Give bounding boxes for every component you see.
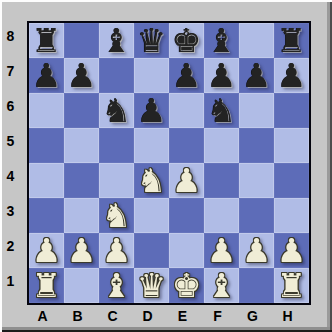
chess-widget: ♜♝♛♚♝♜♟♟♟♟♟♟♞♟♞♞♟♞♟♟♟♟♟♟♜♝♛♚♝♜ 87654321 … [0, 0, 332, 332]
square-h5[interactable] [274, 128, 309, 163]
square-g3[interactable] [239, 198, 274, 233]
piece-white-pawn: ♟ [277, 233, 307, 268]
piece-black-queen: ♛ [137, 23, 167, 58]
square-b1[interactable] [64, 268, 99, 303]
file-label-g: G [235, 305, 270, 327]
rank-label-5: 5 [0, 123, 27, 158]
square-f8[interactable]: ♝ [204, 23, 239, 58]
square-c5[interactable] [99, 128, 134, 163]
square-g1[interactable] [239, 268, 274, 303]
piece-white-pawn: ♟ [67, 233, 97, 268]
file-labels: ABCDEFGH [29, 305, 309, 327]
square-e2[interactable] [169, 233, 204, 268]
file-label-b: B [60, 305, 95, 327]
square-f5[interactable] [204, 128, 239, 163]
piece-black-pawn: ♟ [32, 58, 62, 93]
square-c4[interactable] [99, 163, 134, 198]
square-c8[interactable]: ♝ [99, 23, 134, 58]
square-g7[interactable]: ♟ [239, 58, 274, 93]
piece-black-knight: ♞ [207, 93, 237, 128]
square-d6[interactable]: ♟ [134, 93, 169, 128]
square-d7[interactable] [134, 58, 169, 93]
square-e8[interactable]: ♚ [169, 23, 204, 58]
piece-white-pawn: ♟ [32, 233, 62, 268]
square-d4[interactable]: ♞ [134, 163, 169, 198]
square-g2[interactable]: ♟ [239, 233, 274, 268]
square-a5[interactable] [29, 128, 64, 163]
rank-labels: 87654321 [0, 23, 27, 303]
piece-black-knight: ♞ [102, 93, 132, 128]
square-h4[interactable] [274, 163, 309, 198]
piece-white-rook: ♜ [32, 268, 62, 303]
square-b4[interactable] [64, 163, 99, 198]
square-d1[interactable]: ♛ [134, 268, 169, 303]
square-g6[interactable] [239, 93, 274, 128]
piece-black-pawn: ♟ [172, 58, 202, 93]
square-f7[interactable]: ♟ [204, 58, 239, 93]
rank-label-2: 2 [0, 228, 27, 263]
square-b6[interactable] [64, 93, 99, 128]
square-g8[interactable] [239, 23, 274, 58]
square-g4[interactable] [239, 163, 274, 198]
square-a1[interactable]: ♜ [29, 268, 64, 303]
piece-black-pawn: ♟ [242, 58, 272, 93]
square-e7[interactable]: ♟ [169, 58, 204, 93]
square-f4[interactable] [204, 163, 239, 198]
square-a2[interactable]: ♟ [29, 233, 64, 268]
file-label-a: A [25, 305, 60, 327]
piece-white-pawn: ♟ [172, 163, 202, 198]
piece-black-bishop: ♝ [207, 23, 237, 58]
rank-label-6: 6 [0, 88, 27, 123]
square-c3[interactable]: ♞ [99, 198, 134, 233]
square-c6[interactable]: ♞ [99, 93, 134, 128]
square-d5[interactable] [134, 128, 169, 163]
chess-board: ♜♝♛♚♝♜♟♟♟♟♟♟♞♟♞♞♟♞♟♟♟♟♟♟♜♝♛♚♝♜ [27, 21, 311, 305]
square-h1[interactable]: ♜ [274, 268, 309, 303]
square-e5[interactable] [169, 128, 204, 163]
square-d2[interactable] [134, 233, 169, 268]
piece-black-bishop: ♝ [102, 23, 132, 58]
piece-white-king: ♚ [172, 268, 202, 303]
rank-label-4: 4 [0, 158, 27, 193]
square-d8[interactable]: ♛ [134, 23, 169, 58]
rank-label-8: 8 [0, 18, 27, 53]
piece-black-pawn: ♟ [137, 93, 167, 128]
square-f2[interactable]: ♟ [204, 233, 239, 268]
square-b7[interactable]: ♟ [64, 58, 99, 93]
rank-label-7: 7 [0, 53, 27, 88]
square-f6[interactable]: ♞ [204, 93, 239, 128]
square-a4[interactable] [29, 163, 64, 198]
piece-white-pawn: ♟ [207, 233, 237, 268]
square-c2[interactable]: ♟ [99, 233, 134, 268]
piece-black-pawn: ♟ [67, 58, 97, 93]
square-a3[interactable] [29, 198, 64, 233]
square-e3[interactable] [169, 198, 204, 233]
piece-white-rook: ♜ [277, 268, 307, 303]
square-a8[interactable]: ♜ [29, 23, 64, 58]
square-d3[interactable] [134, 198, 169, 233]
square-c7[interactable] [99, 58, 134, 93]
piece-black-pawn: ♟ [207, 58, 237, 93]
piece-white-knight: ♞ [102, 198, 132, 233]
file-label-h: H [270, 305, 305, 327]
file-label-d: D [130, 305, 165, 327]
piece-black-king: ♚ [172, 23, 202, 58]
square-e4[interactable]: ♟ [169, 163, 204, 198]
square-e1[interactable]: ♚ [169, 268, 204, 303]
piece-white-queen: ♛ [137, 268, 167, 303]
square-g5[interactable] [239, 128, 274, 163]
file-label-e: E [165, 305, 200, 327]
square-e6[interactable] [169, 93, 204, 128]
square-h3[interactable] [274, 198, 309, 233]
square-c1[interactable]: ♝ [99, 268, 134, 303]
rank-label-1: 1 [0, 263, 27, 298]
piece-white-bishop: ♝ [207, 268, 237, 303]
piece-white-knight: ♞ [137, 163, 167, 198]
square-b5[interactable] [64, 128, 99, 163]
piece-black-rook: ♜ [32, 23, 62, 58]
piece-white-pawn: ♟ [102, 233, 132, 268]
square-h2[interactable]: ♟ [274, 233, 309, 268]
square-h6[interactable] [274, 93, 309, 128]
rank-label-3: 3 [0, 193, 27, 228]
square-b2[interactable]: ♟ [64, 233, 99, 268]
piece-black-pawn: ♟ [277, 58, 307, 93]
piece-white-pawn: ♟ [242, 233, 272, 268]
square-b8[interactable] [64, 23, 99, 58]
square-h8[interactable]: ♜ [274, 23, 309, 58]
square-a7[interactable]: ♟ [29, 58, 64, 93]
square-f3[interactable] [204, 198, 239, 233]
square-f1[interactable]: ♝ [204, 268, 239, 303]
file-label-f: F [200, 305, 235, 327]
file-label-c: C [95, 305, 130, 327]
piece-white-bishop: ♝ [102, 268, 132, 303]
square-h7[interactable]: ♟ [274, 58, 309, 93]
piece-black-rook: ♜ [277, 23, 307, 58]
square-b3[interactable] [64, 198, 99, 233]
square-a6[interactable] [29, 93, 64, 128]
